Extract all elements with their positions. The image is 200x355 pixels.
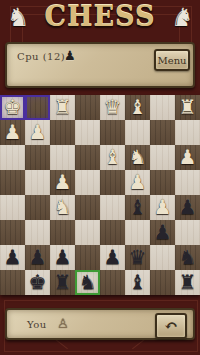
square-a4[interactable] — [175, 170, 200, 195]
white-rook: ♜ — [175, 95, 200, 120]
square-f1[interactable]: ♜ — [50, 95, 75, 120]
white-bishop: ♝ — [100, 145, 125, 170]
black-pawn: ♟ — [100, 245, 125, 270]
white-knight: ♞ — [125, 145, 150, 170]
black-rook: ♜ — [175, 270, 200, 295]
square-f2[interactable] — [50, 120, 75, 145]
black-king: ♚ — [25, 270, 50, 295]
square-g3[interactable] — [25, 145, 50, 170]
black-rook: ♜ — [50, 270, 75, 295]
menu-button[interactable]: Menu — [154, 49, 190, 71]
square-d3[interactable]: ♝ — [100, 145, 125, 170]
square-a8[interactable]: ♜ — [175, 270, 200, 295]
black-pawn: ♟ — [175, 195, 200, 220]
square-g7[interactable]: ♟ — [25, 245, 50, 270]
square-g8[interactable]: ♚ — [25, 270, 50, 295]
square-a5[interactable]: ♟ — [175, 195, 200, 220]
black-knight: ♞ — [175, 245, 200, 270]
square-b5[interactable]: ♟ — [150, 195, 175, 220]
square-c4[interactable]: ♟ — [125, 170, 150, 195]
app-title: CHESS — [0, 1, 200, 32]
cpu-player-label: Cpu (12) — [17, 51, 65, 62]
square-h1[interactable]: ♚ — [0, 95, 25, 120]
white-king: ♚ — [0, 95, 25, 120]
board: ♟ ♚♜♛♝♜♟♟♝♞♟♟♟♞♝♟♟♟♟♟♟♟♛♞♚♜♞♝♜ — [0, 95, 200, 295]
square-f3[interactable] — [50, 145, 75, 170]
square-h4[interactable] — [0, 170, 25, 195]
square-d4[interactable] — [100, 170, 125, 195]
square-e4[interactable] — [75, 170, 100, 195]
square-g5[interactable] — [25, 195, 50, 220]
undo-button[interactable]: ↶ — [155, 313, 187, 339]
square-e3[interactable] — [75, 145, 100, 170]
white-bishop: ♝ — [125, 95, 150, 120]
square-a1[interactable]: ♜ — [175, 95, 200, 120]
square-g1[interactable] — [25, 95, 50, 120]
square-f4[interactable]: ♟ — [50, 170, 75, 195]
knight-emblem-right-icon: ♞ — [171, 3, 193, 32]
white-pawn-icon: ♙ — [57, 317, 69, 330]
square-h5[interactable] — [0, 195, 25, 220]
square-b6[interactable]: ♟ — [150, 220, 175, 245]
square-c1[interactable]: ♝ — [125, 95, 150, 120]
white-pawn: ♟ — [50, 170, 75, 195]
square-c7[interactable]: ♛ — [125, 245, 150, 270]
white-pawn: ♟ — [25, 120, 50, 145]
square-d5[interactable] — [100, 195, 125, 220]
square-h7[interactable]: ♟ — [0, 245, 25, 270]
white-knight: ♞ — [50, 195, 75, 220]
black-queen: ♛ — [125, 245, 150, 270]
square-h2[interactable]: ♟ — [0, 120, 25, 145]
black-bishop: ♝ — [125, 270, 150, 295]
square-f8[interactable]: ♜ — [50, 270, 75, 295]
square-f5[interactable]: ♞ — [50, 195, 75, 220]
square-e1[interactable] — [75, 95, 100, 120]
white-rook: ♜ — [50, 95, 75, 120]
undo-icon: ↶ — [164, 316, 178, 337]
square-c8[interactable]: ♝ — [125, 270, 150, 295]
square-d1[interactable]: ♛ — [100, 95, 125, 120]
cpu-player-bar: Cpu (12) ♟ Menu — [5, 42, 195, 88]
square-e6[interactable] — [75, 220, 100, 245]
square-h3[interactable] — [0, 145, 25, 170]
square-d8[interactable] — [100, 270, 125, 295]
square-b4[interactable] — [150, 170, 175, 195]
square-g2[interactable]: ♟ — [25, 120, 50, 145]
square-a7[interactable]: ♞ — [175, 245, 200, 270]
white-pawn: ♟ — [175, 145, 200, 170]
black-pawn-icon: ♟ — [64, 49, 76, 62]
white-queen: ♛ — [100, 95, 125, 120]
square-d6[interactable] — [100, 220, 125, 245]
square-e2[interactable] — [75, 120, 100, 145]
square-b8[interactable] — [150, 270, 175, 295]
square-a3[interactable]: ♟ — [175, 145, 200, 170]
square-c5[interactable]: ♝ — [125, 195, 150, 220]
square-a2[interactable] — [175, 120, 200, 145]
black-bishop: ♝ — [125, 195, 150, 220]
square-c2[interactable] — [125, 120, 150, 145]
square-d2[interactable] — [100, 120, 125, 145]
white-pawn: ♟ — [0, 120, 25, 145]
you-player-bar: You ♙ ↶ — [5, 308, 195, 340]
black-pawn: ♟ — [25, 245, 50, 270]
square-g4[interactable] — [25, 170, 50, 195]
square-b7[interactable] — [150, 245, 175, 270]
square-a6[interactable] — [175, 220, 200, 245]
square-b1[interactable] — [150, 95, 175, 120]
white-pawn: ♟ — [150, 195, 175, 220]
square-e5[interactable] — [75, 195, 100, 220]
black-pawn: ♟ — [0, 245, 25, 270]
app-window: ♞ CHESS ♞ Cpu (12) ♟ Menu ♟ ♚♜♛♝♜♟♟♝♞♟♟♟… — [0, 0, 200, 355]
square-f7[interactable]: ♟ — [50, 245, 75, 270]
square-h8[interactable] — [0, 270, 25, 295]
square-e7[interactable] — [75, 245, 100, 270]
black-pawn: ♟ — [150, 220, 175, 245]
square-h6[interactable] — [0, 220, 25, 245]
square-b3[interactable] — [150, 145, 175, 170]
you-player-label: You — [27, 319, 47, 330]
white-pawn: ♟ — [125, 170, 150, 195]
square-c6[interactable] — [125, 220, 150, 245]
square-f6[interactable] — [50, 220, 75, 245]
square-c3[interactable]: ♞ — [125, 145, 150, 170]
square-d7[interactable]: ♟ — [100, 245, 125, 270]
square-g6[interactable] — [25, 220, 50, 245]
black-knight: ♞ — [75, 270, 100, 295]
black-pawn: ♟ — [50, 245, 75, 270]
square-b2[interactable] — [150, 120, 175, 145]
square-e8[interactable]: ♞ — [75, 270, 100, 295]
